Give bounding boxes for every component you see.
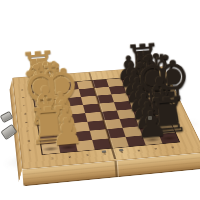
metal-pin-icon [148, 116, 152, 120]
seam-pin [102, 150, 107, 152]
seam-pin [119, 149, 124, 151]
chess-set-photo: 12345678abcdefgh ♜♟♟♜♞♟♟♞♝♟♟♝♛♟♟♛♚♟♟♚♝♟♟… [0, 0, 200, 200]
front-fold-seam [114, 161, 117, 178]
chess-board: 12345678abcdefgh ♜♟♟♜♞♟♟♞♝♟♟♝♛♟♟♛♚♟♟♚♝♟♟… [12, 66, 200, 169]
